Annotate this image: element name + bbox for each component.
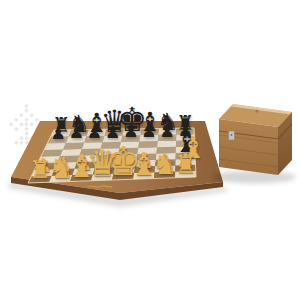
square-b2 bbox=[52, 169, 75, 176]
scene bbox=[0, 0, 300, 300]
watermark-diamond bbox=[19, 136, 23, 141]
square-d2 bbox=[93, 167, 115, 174]
watermark-diamond bbox=[25, 136, 29, 141]
box-lid-logo bbox=[255, 109, 258, 112]
watermark-diamond bbox=[14, 118, 18, 123]
square-g2 bbox=[155, 165, 176, 172]
watermark-diamond bbox=[25, 108, 29, 113]
watermark-diamond bbox=[25, 127, 29, 132]
watermark-diamond bbox=[25, 122, 29, 127]
square-c2 bbox=[72, 168, 95, 175]
watermark-diamond bbox=[19, 122, 23, 127]
watermark-diamond bbox=[14, 141, 18, 146]
watermark-diamond bbox=[30, 122, 34, 127]
box-shadow bbox=[212, 171, 296, 184]
chess-set-product-photo: ♜♞♝♛♚♝♞♜♟♟♟♟♟♟♟♟♟♟♟♟♟♟♟♟♜♞♝♛♚♝♞♜♝♝ bbox=[0, 0, 300, 300]
watermark-diamond bbox=[9, 122, 13, 127]
watermark-diamond bbox=[19, 113, 23, 118]
watermark-diamond bbox=[25, 118, 29, 123]
watermark-diamond bbox=[25, 104, 29, 109]
square-h2 bbox=[175, 165, 196, 172]
watermark-diamond bbox=[19, 141, 23, 146]
box-front bbox=[219, 119, 278, 175]
square-e2 bbox=[114, 167, 136, 174]
square-f2 bbox=[134, 166, 155, 173]
box-clasp-keyhole bbox=[231, 134, 233, 136]
watermark-diamond bbox=[35, 118, 39, 123]
board-sheen bbox=[37, 130, 195, 164]
watermark-diamond bbox=[25, 131, 29, 136]
watermark-diamond bbox=[14, 127, 18, 132]
watermark-diamond bbox=[30, 113, 34, 118]
